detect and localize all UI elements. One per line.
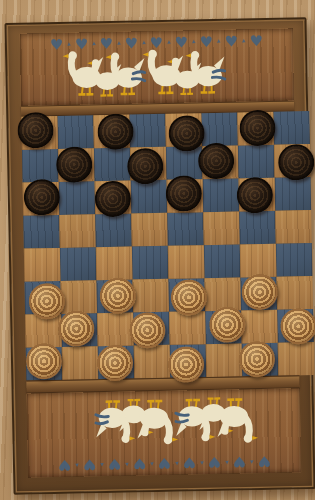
small-heart-icon: ▴ bbox=[150, 461, 154, 468]
square-f8[interactable] bbox=[201, 112, 238, 146]
light-checker-h2[interactable] bbox=[280, 308, 315, 345]
square-g2[interactable] bbox=[241, 310, 278, 344]
small-heart-icon: ▴ bbox=[125, 461, 129, 468]
dark-checker-c8[interactable] bbox=[97, 113, 134, 150]
square-b4[interactable] bbox=[60, 247, 97, 281]
square-d6[interactable] bbox=[131, 180, 168, 214]
checkers-board: ♥▴♥▴♥▴♥▴♥▴♥▴♥▴♥▴♥ bbox=[4, 17, 315, 495]
light-checker-a1[interactable] bbox=[26, 342, 63, 379]
square-d4[interactable] bbox=[132, 246, 169, 280]
small-heart-icon: ▴ bbox=[192, 38, 196, 45]
dark-checker-h7[interactable] bbox=[278, 144, 315, 181]
dark-checker-d7[interactable] bbox=[127, 147, 164, 184]
square-a7[interactable] bbox=[22, 149, 59, 183]
dark-checker-e8[interactable] bbox=[168, 115, 205, 152]
square-b6[interactable] bbox=[59, 181, 96, 215]
light-checker-d2[interactable] bbox=[129, 311, 166, 348]
square-c3[interactable] bbox=[96, 280, 133, 314]
goose-figure bbox=[185, 47, 228, 102]
light-checker-g3[interactable] bbox=[241, 273, 278, 310]
square-e4[interactable] bbox=[168, 245, 205, 279]
goose-icon bbox=[185, 47, 228, 98]
square-g3[interactable] bbox=[240, 277, 277, 311]
dark-checker-c6[interactable] bbox=[95, 180, 132, 217]
light-checker-c1[interactable] bbox=[97, 344, 134, 381]
dark-checker-b7[interactable] bbox=[56, 146, 93, 183]
square-g8[interactable] bbox=[237, 112, 274, 146]
heart-icon: ♥ bbox=[158, 455, 172, 470]
bottom-geese-panel: ♥▴♥▴♥▴♥▴♥▴♥▴♥▴♥▴♥ bbox=[27, 388, 302, 477]
square-d7[interactable] bbox=[130, 147, 167, 181]
small-heart-icon: ▴ bbox=[242, 37, 246, 44]
light-checker-f2[interactable] bbox=[209, 306, 246, 343]
dark-checker-g6[interactable] bbox=[236, 176, 273, 213]
square-a4[interactable] bbox=[24, 248, 61, 282]
light-checker-b2[interactable] bbox=[58, 310, 95, 347]
small-heart-icon: ▴ bbox=[75, 462, 79, 469]
square-a6[interactable] bbox=[23, 182, 60, 216]
goose-icon bbox=[93, 396, 136, 447]
square-b1[interactable] bbox=[62, 346, 99, 380]
square-h6[interactable] bbox=[275, 177, 312, 211]
checkerboard-grid bbox=[21, 111, 299, 380]
dark-checker-a8[interactable] bbox=[17, 112, 54, 149]
geese-art-bottom bbox=[27, 388, 301, 456]
goose-figure bbox=[93, 393, 136, 448]
square-a5[interactable] bbox=[23, 215, 60, 249]
light-checker-e3[interactable] bbox=[170, 279, 207, 316]
square-c6[interactable] bbox=[95, 181, 132, 215]
heart-icon: ♥ bbox=[83, 457, 97, 472]
small-heart-icon: ▴ bbox=[100, 462, 104, 469]
square-h3[interactable] bbox=[276, 276, 313, 310]
heart-icon: ♥ bbox=[133, 456, 147, 471]
heart-icon: ♥ bbox=[58, 457, 72, 472]
square-f7[interactable] bbox=[202, 145, 239, 179]
top-panel-content: ♥▴♥▴♥▴♥▴♥▴♥▴♥▴♥▴♥ bbox=[20, 28, 294, 105]
square-c7[interactable] bbox=[94, 148, 131, 182]
square-h7[interactable] bbox=[274, 144, 311, 178]
dark-checker-e6[interactable] bbox=[165, 175, 202, 212]
square-a8[interactable] bbox=[21, 116, 58, 150]
small-heart-icon: ▴ bbox=[175, 460, 179, 467]
square-c5[interactable] bbox=[95, 214, 132, 248]
square-c8[interactable] bbox=[93, 115, 130, 149]
square-f5[interactable] bbox=[203, 211, 240, 245]
small-heart-icon: ▴ bbox=[225, 459, 229, 466]
goose-figure bbox=[172, 391, 215, 446]
square-g7[interactable] bbox=[238, 145, 275, 179]
small-heart-icon: ▴ bbox=[117, 39, 121, 46]
square-e3[interactable] bbox=[168, 278, 205, 312]
square-c2[interactable] bbox=[97, 313, 134, 347]
square-a3[interactable] bbox=[24, 281, 61, 315]
heart-icon: ♥ bbox=[183, 455, 197, 470]
top-geese-panel: ♥▴♥▴♥▴♥▴♥▴♥▴♥▴♥▴♥ bbox=[20, 28, 294, 105]
square-e5[interactable] bbox=[167, 212, 204, 246]
square-b2[interactable] bbox=[61, 313, 98, 347]
light-checker-g1[interactable] bbox=[239, 340, 276, 377]
square-c1[interactable] bbox=[98, 346, 135, 380]
small-heart-icon: ▴ bbox=[92, 40, 96, 47]
heart-icon: ♥ bbox=[233, 454, 247, 469]
square-h4[interactable] bbox=[276, 243, 313, 277]
square-d8[interactable] bbox=[129, 114, 166, 148]
square-d1[interactable] bbox=[134, 345, 171, 379]
heart-icon: ♥ bbox=[249, 33, 263, 48]
square-h5[interactable] bbox=[275, 210, 312, 244]
square-h1[interactable] bbox=[278, 342, 315, 376]
light-checker-c3[interactable] bbox=[99, 277, 136, 314]
dark-checker-a6[interactable] bbox=[23, 178, 60, 215]
heart-icon: ♥ bbox=[257, 453, 271, 468]
square-d2[interactable] bbox=[133, 312, 170, 346]
small-heart-icon: ▴ bbox=[167, 38, 171, 45]
square-d5[interactable] bbox=[131, 213, 168, 247]
square-g6[interactable] bbox=[239, 178, 276, 212]
square-h2[interactable] bbox=[277, 309, 314, 343]
square-f6[interactable] bbox=[203, 178, 240, 212]
square-a1[interactable] bbox=[26, 347, 63, 381]
square-b5[interactable] bbox=[59, 214, 96, 248]
square-f2[interactable] bbox=[205, 310, 242, 344]
tabletop-background: ♥▴♥▴♥▴♥▴♥▴♥▴♥▴♥▴♥ bbox=[0, 0, 315, 500]
square-f1[interactable] bbox=[206, 343, 243, 377]
small-heart-icon: ▴ bbox=[200, 460, 204, 467]
square-b8[interactable] bbox=[57, 115, 94, 149]
goose-icon bbox=[173, 395, 216, 446]
square-c4[interactable] bbox=[96, 247, 133, 281]
small-heart-icon: ▴ bbox=[250, 459, 254, 466]
square-g5[interactable] bbox=[239, 211, 276, 245]
square-e6[interactable] bbox=[167, 179, 204, 213]
square-b3[interactable] bbox=[60, 280, 97, 314]
bottom-panel-content: ♥▴♥▴♥▴♥▴♥▴♥▴♥▴♥▴♥ bbox=[27, 388, 302, 477]
square-g4[interactable] bbox=[240, 244, 277, 278]
dark-checker-f7[interactable] bbox=[198, 142, 235, 179]
board-frame-inner: ♥▴♥▴♥▴♥▴♥▴♥▴♥▴♥▴♥ bbox=[20, 28, 301, 477]
square-b7[interactable] bbox=[58, 148, 95, 182]
square-g1[interactable] bbox=[242, 343, 279, 377]
small-heart-icon: ▴ bbox=[142, 39, 146, 46]
geese-art-top bbox=[20, 49, 294, 105]
heart-icon: ♥ bbox=[108, 456, 122, 471]
square-f4[interactable] bbox=[204, 244, 241, 278]
heart-icon: ♥ bbox=[208, 454, 222, 469]
square-h8[interactable] bbox=[273, 111, 310, 145]
square-e8[interactable] bbox=[165, 113, 202, 147]
square-d3[interactable] bbox=[132, 279, 169, 313]
small-heart-icon: ▴ bbox=[217, 37, 221, 44]
square-e2[interactable] bbox=[169, 311, 206, 345]
dark-checker-g8[interactable] bbox=[239, 109, 276, 146]
square-e1[interactable] bbox=[170, 344, 207, 378]
small-heart-icon: ▴ bbox=[67, 40, 71, 47]
